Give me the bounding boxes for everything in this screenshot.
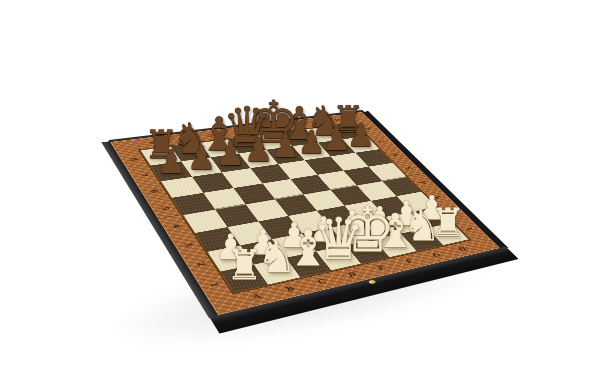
rank-label-left-2: 2 [194,261,209,267]
rank-label-right-3: 3 [432,195,443,199]
rank-label-left-7: 7 [137,173,151,177]
file-label-front-D: D [346,270,359,279]
rank-label-right-7: 7 [376,140,387,143]
file-label-front-B: B [284,284,296,293]
file-label-back-F: F [285,124,292,128]
rank-label-right-4: 4 [417,181,428,185]
rank-label-right-2: 2 [448,211,460,215]
file-label-front-A: A [250,291,263,301]
clasp-pin-icon [368,280,377,285]
rank-label-right-5: 5 [403,167,414,171]
file-label-back-A: A [148,140,156,145]
file-label-front-G: G [430,251,443,259]
rank-label-left-1: 1 [207,282,222,288]
file-label-back-G: G [310,121,318,125]
rank-label-right-8: 8 [364,127,375,130]
rank-label-left-6: 6 [147,189,161,193]
rank-label-left-5: 5 [158,206,172,211]
file-label-front-E: E [375,263,387,272]
rank-label-left-3: 3 [181,242,196,247]
file-label-back-C: C [206,134,214,139]
rank-label-left-8: 8 [127,157,140,161]
file-label-front-H: H [456,245,469,253]
file-label-back-D: D [233,130,241,134]
rank-label-right-6: 6 [389,153,400,156]
file-label-back-H: H [333,118,341,122]
file-label-back-B: B [177,137,185,142]
file-label-front-F: F [404,257,415,265]
chess-set-photo: AABBCCDDEEFFGGHH1122334455667788 ♜♞♝♛♚♝♞… [0,0,600,380]
file-label-front-C: C [315,277,328,286]
rank-label-right-1: 1 [464,227,476,232]
rank-label-left-4: 4 [169,224,183,229]
file-label-back-E: E [260,127,268,131]
